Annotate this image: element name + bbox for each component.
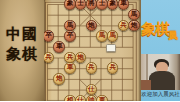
banner-text-line1: 中國 [0,26,44,43]
xiangqi-board[interactable]: 象士將士象車馬馬炮炮卒卒車兵馬馬兵兵炮車兵兵炮仕相仕帥車 [44,0,141,101]
left-banner: 中國 象棋 [0,0,44,101]
piece-black-炮[interactable]: 炮 [128,20,140,32]
piece-black-車[interactable]: 車 [118,0,130,10]
chair-shape [141,80,151,90]
piece-red-車[interactable]: 車 [96,95,108,102]
move-marker [106,44,116,52]
piece-red-炮[interactable]: 炮 [53,73,65,85]
channel-caption: 欢迎加入晨风社 [141,91,180,98]
channel-panel: 象棋 晨风 欢迎加入晨风社 [141,0,180,101]
piece-red-相[interactable]: 相 [64,95,76,102]
piece-red-兵[interactable]: 兵 [86,62,98,74]
piece-red-車[interactable]: 車 [64,62,76,74]
webcam-photo [141,54,180,90]
video-thumbnail: 中國 象棋 象士將士象車馬馬炮炮卒卒車兵馬馬兵兵炮車兵兵炮仕相仕帥車 象棋 [0,0,180,101]
channel-title: 象棋 [141,21,169,36]
piece-black-車[interactable]: 車 [53,41,65,53]
banner-text-line2: 象棋 [0,46,44,63]
channel-subtitle: 晨风 [168,23,179,25]
piece-black-象[interactable]: 象 [64,0,76,10]
person-body [149,71,175,90]
piece-black-卒[interactable]: 卒 [64,30,76,42]
